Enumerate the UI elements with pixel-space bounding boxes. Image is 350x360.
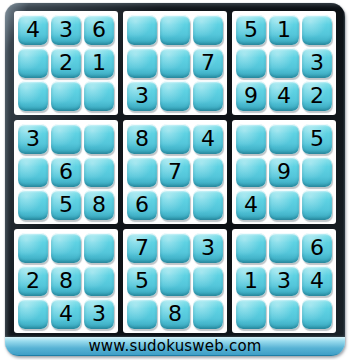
sudoku-board-plate: 436217351394236588476594284373586134 www…	[5, 3, 345, 356]
sudoku-cell-r1c5[interactable]	[160, 15, 190, 45]
sudoku-cell-r9c4[interactable]	[127, 299, 157, 329]
sudoku-cell-r7c9[interactable]: 6	[302, 233, 332, 263]
sudoku-cell-r9c5[interactable]: 8	[160, 299, 190, 329]
sudoku-cell-r8c4[interactable]: 5	[127, 266, 157, 296]
sudoku-cell-r1c6[interactable]	[193, 15, 223, 45]
sudoku-cell-r4c8[interactable]	[269, 124, 299, 154]
sudoku-cell-r6c5[interactable]	[160, 190, 190, 220]
sudoku-cell-r2c7[interactable]	[236, 48, 266, 78]
sudoku-cell-r3c6[interactable]	[193, 81, 223, 111]
sudoku-cell-r4c1[interactable]: 3	[18, 124, 48, 154]
sudoku-cell-r2c3[interactable]: 1	[84, 48, 114, 78]
sudoku-cell-r1c8[interactable]: 1	[269, 15, 299, 45]
sudoku-cell-r6c2[interactable]: 5	[51, 190, 81, 220]
sudoku-cell-r5c7[interactable]	[236, 157, 266, 187]
sudoku-cell-r4c9[interactable]: 5	[302, 124, 332, 154]
website-url: www.sudokusweb.com	[88, 337, 261, 355]
sudoku-cell-r7c7[interactable]	[236, 233, 266, 263]
sudoku-cell-r5c4[interactable]	[127, 157, 157, 187]
sudoku-box-7: 2843	[14, 229, 118, 333]
sudoku-cell-r5c1[interactable]	[18, 157, 48, 187]
sudoku-cell-r3c3[interactable]	[84, 81, 114, 111]
footer-bar: www.sudokusweb.com	[5, 337, 345, 356]
sudoku-box-5: 8476	[123, 120, 227, 224]
sudoku-cell-r3c7[interactable]: 9	[236, 81, 266, 111]
sudoku-cell-r3c8[interactable]: 4	[269, 81, 299, 111]
sudoku-cell-r8c1[interactable]: 2	[18, 266, 48, 296]
sudoku-box-3: 513942	[232, 11, 336, 115]
sudoku-cell-r5c2[interactable]: 6	[51, 157, 81, 187]
sudoku-cell-r8c5[interactable]	[160, 266, 190, 296]
sudoku-cell-r4c4[interactable]: 8	[127, 124, 157, 154]
sudoku-cell-r9c1[interactable]	[18, 299, 48, 329]
sudoku-cell-r4c2[interactable]	[51, 124, 81, 154]
sudoku-box-9: 6134	[232, 229, 336, 333]
sudoku-cell-r7c6[interactable]: 3	[193, 233, 223, 263]
sudoku-box-8: 7358	[123, 229, 227, 333]
sudoku-cell-r5c5[interactable]: 7	[160, 157, 190, 187]
sudoku-cell-r7c3[interactable]	[84, 233, 114, 263]
sudoku-cell-r7c2[interactable]	[51, 233, 81, 263]
sudoku-cell-r1c7[interactable]: 5	[236, 15, 266, 45]
sudoku-cell-r8c7[interactable]: 1	[236, 266, 266, 296]
sudoku-cell-r2c1[interactable]	[18, 48, 48, 78]
sudoku-cell-r8c6[interactable]	[193, 266, 223, 296]
sudoku-grid: 436217351394236588476594284373586134	[5, 3, 345, 337]
sudoku-cell-r3c9[interactable]: 2	[302, 81, 332, 111]
sudoku-cell-r9c8[interactable]	[269, 299, 299, 329]
sudoku-cell-r8c2[interactable]: 8	[51, 266, 81, 296]
sudoku-cell-r8c3[interactable]	[84, 266, 114, 296]
sudoku-cell-r3c5[interactable]	[160, 81, 190, 111]
sudoku-cell-r6c6[interactable]	[193, 190, 223, 220]
sudoku-cell-r3c1[interactable]	[18, 81, 48, 111]
sudoku-cell-r5c6[interactable]	[193, 157, 223, 187]
sudoku-cell-r2c6[interactable]: 7	[193, 48, 223, 78]
sudoku-cell-r4c6[interactable]: 4	[193, 124, 223, 154]
sudoku-cell-r1c1[interactable]: 4	[18, 15, 48, 45]
sudoku-cell-r6c3[interactable]: 8	[84, 190, 114, 220]
sudoku-cell-r8c9[interactable]: 4	[302, 266, 332, 296]
sudoku-cell-r6c8[interactable]	[269, 190, 299, 220]
sudoku-box-2: 73	[123, 11, 227, 115]
sudoku-cell-r6c7[interactable]: 4	[236, 190, 266, 220]
sudoku-cell-r1c2[interactable]: 3	[51, 15, 81, 45]
sudoku-cell-r9c6[interactable]	[193, 299, 223, 329]
sudoku-cell-r7c5[interactable]	[160, 233, 190, 263]
sudoku-cell-r7c8[interactable]	[269, 233, 299, 263]
sudoku-cell-r6c1[interactable]	[18, 190, 48, 220]
sudoku-box-4: 3658	[14, 120, 118, 224]
sudoku-cell-r6c9[interactable]	[302, 190, 332, 220]
sudoku-cell-r2c4[interactable]	[127, 48, 157, 78]
sudoku-cell-r3c4[interactable]: 3	[127, 81, 157, 111]
sudoku-cell-r8c8[interactable]: 3	[269, 266, 299, 296]
sudoku-cell-r4c3[interactable]	[84, 124, 114, 154]
sudoku-cell-r1c3[interactable]: 6	[84, 15, 114, 45]
sudoku-cell-r1c9[interactable]	[302, 15, 332, 45]
sudoku-cell-r2c5[interactable]	[160, 48, 190, 78]
sudoku-cell-r1c4[interactable]	[127, 15, 157, 45]
sudoku-cell-r9c2[interactable]: 4	[51, 299, 81, 329]
sudoku-box-1: 43621	[14, 11, 118, 115]
sudoku-cell-r7c1[interactable]	[18, 233, 48, 263]
sudoku-cell-r9c9[interactable]	[302, 299, 332, 329]
sudoku-cell-r4c5[interactable]	[160, 124, 190, 154]
sudoku-cell-r5c8[interactable]: 9	[269, 157, 299, 187]
sudoku-cell-r7c4[interactable]: 7	[127, 233, 157, 263]
sudoku-cell-r2c9[interactable]: 3	[302, 48, 332, 78]
sudoku-cell-r3c2[interactable]	[51, 81, 81, 111]
sudoku-cell-r9c3[interactable]: 3	[84, 299, 114, 329]
sudoku-cell-r4c7[interactable]	[236, 124, 266, 154]
sudoku-cell-r2c2[interactable]: 2	[51, 48, 81, 78]
sudoku-box-6: 594	[232, 120, 336, 224]
sudoku-cell-r5c9[interactable]	[302, 157, 332, 187]
sudoku-cell-r6c4[interactable]: 6	[127, 190, 157, 220]
sudoku-cell-r2c8[interactable]	[269, 48, 299, 78]
sudoku-cell-r5c3[interactable]	[84, 157, 114, 187]
sudoku-cell-r9c7[interactable]	[236, 299, 266, 329]
